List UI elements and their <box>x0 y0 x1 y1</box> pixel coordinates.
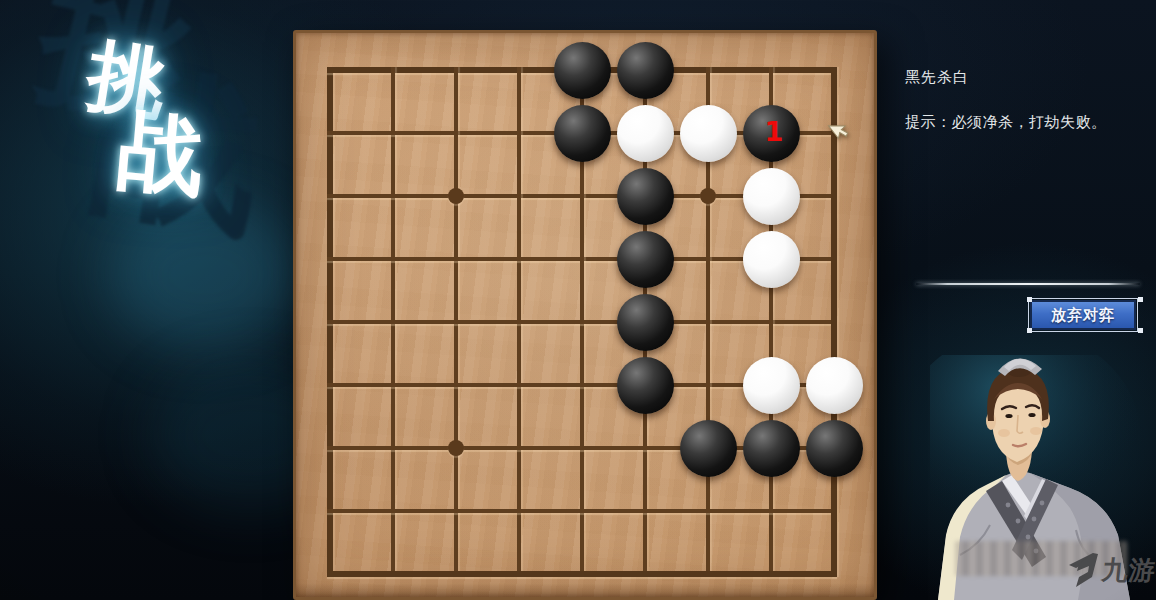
black-stone <box>806 420 863 477</box>
puzzle-hint: 提示：必须净杀，打劫失败。 <box>905 113 1107 132</box>
grid-line-horizontal <box>327 509 837 513</box>
puzzle-objective: 黑先杀白 <box>905 68 969 87</box>
game-screen: 挑 战 挑 战 1 黑先杀白 提示：必须净杀，打劫失败。 放弃对弈 <box>0 0 1156 600</box>
black-stone <box>554 42 611 99</box>
last-move-marker: 1 <box>746 103 803 160</box>
white-stone <box>680 105 737 162</box>
go-board[interactable]: 1 <box>293 30 877 600</box>
black-stone: 1 <box>743 105 800 162</box>
star-point <box>448 440 464 456</box>
resign-button[interactable]: 放弃对弈 <box>1030 300 1136 330</box>
jiuyou-watermark: 九游 <box>1068 551 1156 589</box>
black-stone <box>617 357 674 414</box>
jiuyou-logo-text: 九游 <box>1100 553 1156 588</box>
grid-line-horizontal <box>327 571 837 577</box>
black-stone <box>617 231 674 288</box>
resign-button-label: 放弃对弈 <box>1051 306 1115 323</box>
challenge-glow-char: 战 <box>114 106 207 199</box>
black-stone <box>617 294 674 351</box>
mouse-cursor-icon <box>826 123 850 149</box>
white-stone <box>617 105 674 162</box>
star-point <box>700 188 716 204</box>
grid-line-horizontal <box>327 320 837 324</box>
panel-divider <box>916 283 1140 285</box>
black-stone <box>617 42 674 99</box>
star-point <box>448 188 464 204</box>
white-stone <box>743 168 800 225</box>
black-stone <box>743 420 800 477</box>
white-stone <box>806 357 863 414</box>
black-stone <box>617 168 674 225</box>
white-stone <box>743 231 800 288</box>
jiuyou-logo-icon <box>1068 551 1098 589</box>
black-stone <box>680 420 737 477</box>
black-stone <box>554 105 611 162</box>
white-stone <box>743 357 800 414</box>
